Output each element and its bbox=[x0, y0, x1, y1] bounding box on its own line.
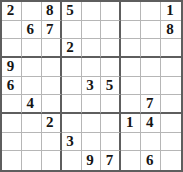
cell-r7c3-given[interactable]: 2 bbox=[42, 114, 62, 133]
cell-r6c9[interactable] bbox=[161, 95, 181, 114]
cell-r3c7[interactable] bbox=[121, 39, 141, 58]
cell-r5c2[interactable] bbox=[22, 77, 42, 96]
cell-r8c7[interactable] bbox=[121, 133, 141, 152]
cell-r4c7[interactable] bbox=[121, 58, 141, 77]
cell-r8c6[interactable] bbox=[101, 133, 121, 152]
cell-r2c4[interactable] bbox=[62, 21, 82, 40]
cell-r7c8-given[interactable]: 4 bbox=[141, 114, 161, 133]
cell-r1c3-given[interactable]: 8 bbox=[42, 2, 62, 21]
cell-r2c5[interactable] bbox=[82, 21, 102, 40]
cell-r8c3[interactable] bbox=[42, 133, 62, 152]
cell-r3c6[interactable] bbox=[101, 39, 121, 58]
cell-r8c5[interactable] bbox=[82, 133, 102, 152]
cell-r7c6[interactable] bbox=[101, 114, 121, 133]
cell-r5c4[interactable] bbox=[62, 77, 82, 96]
cell-r5c9[interactable] bbox=[161, 77, 181, 96]
cell-r3c4-given[interactable]: 2 bbox=[62, 39, 82, 58]
cell-r6c3[interactable] bbox=[42, 95, 62, 114]
cell-r5c7[interactable] bbox=[121, 77, 141, 96]
cell-r3c3[interactable] bbox=[42, 39, 62, 58]
cell-r8c8[interactable] bbox=[141, 133, 161, 152]
cell-r1c4-given[interactable]: 5 bbox=[62, 2, 82, 21]
cell-r9c5-given[interactable]: 9 bbox=[82, 151, 102, 170]
cell-r2c6[interactable] bbox=[101, 21, 121, 40]
cell-r5c3[interactable] bbox=[42, 77, 62, 96]
cell-r7c1[interactable] bbox=[2, 114, 22, 133]
cell-r9c8-given[interactable]: 6 bbox=[141, 151, 161, 170]
cell-r9c6-given[interactable]: 7 bbox=[101, 151, 121, 170]
cell-r4c4[interactable] bbox=[62, 58, 82, 77]
cell-r3c1[interactable] bbox=[2, 39, 22, 58]
cell-r4c6[interactable] bbox=[101, 58, 121, 77]
cell-r9c1[interactable] bbox=[2, 151, 22, 170]
cell-r3c8[interactable] bbox=[141, 39, 161, 58]
cell-r4c9[interactable] bbox=[161, 58, 181, 77]
cell-r1c9-given[interactable]: 1 bbox=[161, 2, 181, 21]
cell-r5c6-given[interactable]: 5 bbox=[101, 77, 121, 96]
cell-r4c2[interactable] bbox=[22, 58, 42, 77]
cell-r4c1-given[interactable]: 9 bbox=[2, 58, 22, 77]
cell-r1c1-given[interactable]: 2 bbox=[2, 2, 22, 21]
sudoku-puzzle: 285167829635472143976 bbox=[0, 0, 183, 172]
cell-r5c5-given[interactable]: 3 bbox=[82, 77, 102, 96]
cell-r2c2-given[interactable]: 6 bbox=[22, 21, 42, 40]
cell-r3c5[interactable] bbox=[82, 39, 102, 58]
cell-r1c6[interactable] bbox=[101, 2, 121, 21]
cell-r2c8[interactable] bbox=[141, 21, 161, 40]
cell-r2c1[interactable] bbox=[2, 21, 22, 40]
cell-r4c8[interactable] bbox=[141, 58, 161, 77]
cell-r2c3-given[interactable]: 7 bbox=[42, 21, 62, 40]
cell-r9c4[interactable] bbox=[62, 151, 82, 170]
cell-r1c8[interactable] bbox=[141, 2, 161, 21]
cell-r3c9[interactable] bbox=[161, 39, 181, 58]
cell-r8c2[interactable] bbox=[22, 133, 42, 152]
cell-r1c7[interactable] bbox=[121, 2, 141, 21]
cell-r5c8[interactable] bbox=[141, 77, 161, 96]
cell-r3c2[interactable] bbox=[22, 39, 42, 58]
cell-r1c5[interactable] bbox=[82, 2, 102, 21]
cell-r9c3[interactable] bbox=[42, 151, 62, 170]
cell-r6c4[interactable] bbox=[62, 95, 82, 114]
cell-r4c5[interactable] bbox=[82, 58, 102, 77]
cell-r7c7-given[interactable]: 1 bbox=[121, 114, 141, 133]
cell-r7c5[interactable] bbox=[82, 114, 102, 133]
cell-r4c3[interactable] bbox=[42, 58, 62, 77]
cell-r6c5[interactable] bbox=[82, 95, 102, 114]
cell-r6c1[interactable] bbox=[2, 95, 22, 114]
cell-r6c8-given[interactable]: 7 bbox=[141, 95, 161, 114]
cell-r7c9[interactable] bbox=[161, 114, 181, 133]
cell-r6c6[interactable] bbox=[101, 95, 121, 114]
cell-r2c7[interactable] bbox=[121, 21, 141, 40]
cell-r8c9[interactable] bbox=[161, 133, 181, 152]
cell-r8c1[interactable] bbox=[2, 133, 22, 152]
cell-r9c7[interactable] bbox=[121, 151, 141, 170]
cell-r6c7[interactable] bbox=[121, 95, 141, 114]
sudoku-board: 285167829635472143976 bbox=[0, 0, 183, 172]
cell-r5c1-given[interactable]: 6 bbox=[2, 77, 22, 96]
cell-r7c4[interactable] bbox=[62, 114, 82, 133]
cell-r8c4-given[interactable]: 3 bbox=[62, 133, 82, 152]
cell-r2c9-given[interactable]: 8 bbox=[161, 21, 181, 40]
cell-r9c9[interactable] bbox=[161, 151, 181, 170]
cell-r9c2[interactable] bbox=[22, 151, 42, 170]
cell-r6c2-given[interactable]: 4 bbox=[22, 95, 42, 114]
cell-r1c2[interactable] bbox=[22, 2, 42, 21]
cell-r7c2[interactable] bbox=[22, 114, 42, 133]
